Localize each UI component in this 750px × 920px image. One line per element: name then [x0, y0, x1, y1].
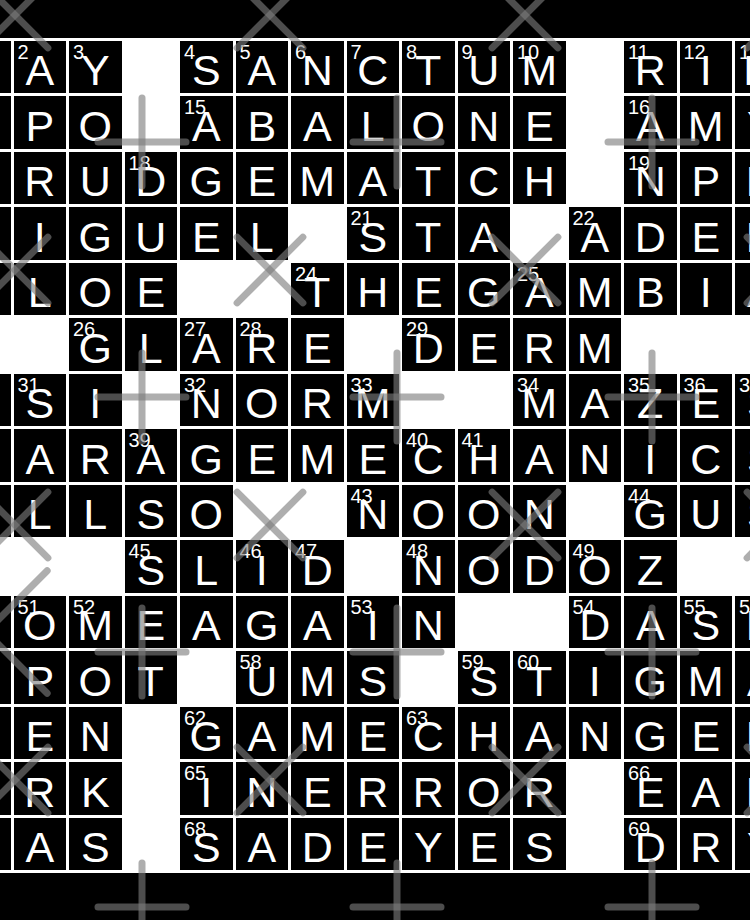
cell-letter: C — [413, 438, 444, 481]
puzzle-stage: 1S2A3Y4S5A6N7C8T9U10M11R12I13M14IPO15ABA… — [0, 0, 750, 920]
grid-cell[interactable]: 16A — [624, 96, 677, 149]
grid-cell[interactable]: 13M — [735, 41, 750, 94]
grid-cell[interactable]: O — [458, 540, 511, 593]
grid-cell[interactable]: G — [180, 429, 233, 482]
grid-cell[interactable]: U — [680, 485, 733, 538]
grid-cell[interactable]: 65I — [180, 762, 233, 815]
grid-cell[interactable]: 48N — [402, 540, 455, 593]
grid-cell[interactable]: B — [236, 96, 289, 149]
grid-cell[interactable]: B — [624, 263, 677, 316]
cell-letter: M — [688, 660, 724, 703]
grid-cell[interactable]: I — [14, 207, 67, 260]
grid-cell[interactable]: A — [735, 263, 750, 316]
grid-cell[interactable]: M — [291, 651, 344, 704]
cell-letter: U — [468, 49, 499, 92]
grid-cell[interactable]: 66E — [624, 762, 677, 815]
grid-cell[interactable]: A — [680, 762, 733, 815]
grid-cell[interactable]: L — [14, 485, 67, 538]
cell-letter: L — [28, 271, 52, 314]
grid-cell[interactable]: A — [513, 429, 566, 482]
grid-cell[interactable]: M — [569, 263, 622, 316]
grid-cell[interactable]: H — [458, 707, 511, 760]
grid-cell[interactable]: 52M — [69, 596, 122, 649]
cell-letter: I — [700, 49, 712, 92]
grid-cell[interactable]: M — [291, 152, 344, 205]
grid-cell[interactable]: G — [69, 207, 122, 260]
grid-cell[interactable]: P — [680, 152, 733, 205]
grid-cell[interactable]: I — [69, 374, 122, 427]
grid-cell[interactable]: R — [291, 374, 344, 427]
grid-cell[interactable]: E — [125, 596, 178, 649]
grid-cell[interactable]: R — [14, 152, 67, 205]
grid-cell[interactable]: 64A — [0, 762, 11, 815]
grid-cell[interactable]: G — [458, 263, 511, 316]
cell-letter: E — [414, 271, 443, 314]
grid-cell[interactable]: O — [180, 485, 233, 538]
grid-cell[interactable]: 23A — [0, 263, 11, 316]
grid-cell[interactable]: N — [402, 596, 455, 649]
grid-cell[interactable]: E — [458, 318, 511, 371]
cell-letter: I — [589, 660, 601, 703]
grid-cell[interactable]: 41H — [458, 429, 511, 482]
blocked-cell — [180, 263, 233, 316]
blocked-cell — [513, 207, 566, 260]
cell-letter: A — [691, 771, 720, 814]
blocked-cell — [569, 818, 622, 871]
cell-letter: K — [81, 771, 110, 814]
grid-cell[interactable]: S — [69, 818, 122, 871]
blocked-cell — [513, 596, 566, 649]
grid-cell[interactable]: R — [735, 152, 750, 205]
blocked-cell — [125, 818, 178, 871]
grid-cell[interactable]: I — [680, 263, 733, 316]
cell-letter: O — [245, 382, 278, 425]
grid-cell[interactable]: 62G — [180, 707, 233, 760]
grid-cell[interactable]: 18D — [125, 152, 178, 205]
blocked-cell — [458, 374, 511, 427]
blocked-cell — [0, 318, 11, 371]
crossword-grid: 1S2A3Y4S5A6N7C8T9U10M11R12I13M14IPO15ABA… — [0, 38, 750, 874]
grid-cell[interactable]: S — [735, 485, 750, 538]
grid-cell[interactable]: 4S — [180, 41, 233, 94]
grid-cell[interactable]: O — [458, 485, 511, 538]
blocked-cell — [569, 96, 622, 149]
grid-cell[interactable]: 11R — [624, 41, 677, 94]
grid-cell[interactable]: 1S — [0, 41, 11, 94]
grid-cell[interactable]: 54D — [569, 596, 622, 649]
grid-cell[interactable]: E — [291, 318, 344, 371]
grid-cell[interactable]: P — [14, 96, 67, 149]
grid-cell[interactable]: D — [513, 540, 566, 593]
grid-cell[interactable]: N — [458, 96, 511, 149]
cell-letter: A — [303, 604, 332, 647]
cell-letter: O — [467, 493, 500, 536]
grid-cell[interactable]: E — [347, 707, 400, 760]
grid-cell[interactable]: E — [347, 429, 400, 482]
cell-letter: T — [304, 271, 330, 314]
grid-cell[interactable]: 53I — [347, 596, 400, 649]
grid-cell[interactable]: 21S — [347, 207, 400, 260]
grid-cell[interactable]: A — [236, 818, 289, 871]
grid-cell[interactable]: U — [69, 152, 122, 205]
grid-cell[interactable]: 7C — [347, 41, 400, 94]
cell-letter: B — [636, 271, 665, 314]
grid-cell[interactable]: E — [402, 263, 455, 316]
grid-cell[interactable]: A — [513, 707, 566, 760]
grid-cell[interactable]: A — [180, 596, 233, 649]
grid-cell[interactable]: K — [69, 762, 122, 815]
cell-letter: M — [299, 438, 335, 481]
grid-cell[interactable]: 59S — [458, 651, 511, 704]
cell-letter: G — [190, 160, 223, 203]
grid-cell[interactable]: A — [236, 707, 289, 760]
cell-letter: R — [746, 771, 750, 814]
blocked-cell — [0, 540, 11, 593]
cell-letter: G — [0, 160, 1, 203]
cell-letter: A — [358, 160, 387, 203]
grid-cell[interactable]: O — [402, 485, 455, 538]
cell-letter: T — [415, 49, 441, 92]
grid-cell[interactable]: 68S — [180, 818, 233, 871]
grid-cell[interactable]: E — [680, 707, 733, 760]
grid-cell[interactable]: Y — [735, 818, 750, 871]
blocked-cell — [236, 485, 289, 538]
grid-cell[interactable]: 19N — [624, 152, 677, 205]
cell-letter: L — [250, 216, 274, 259]
grid-cell[interactable]: Z — [624, 540, 677, 593]
cell-letter: A — [525, 715, 554, 758]
cell-letter: G — [190, 715, 223, 758]
grid-cell[interactable]: A — [291, 96, 344, 149]
cell-letter: M — [688, 105, 724, 148]
cell-letter: A — [192, 105, 221, 148]
grid-cell[interactable]: I — [624, 429, 677, 482]
cell-letter: C — [468, 160, 499, 203]
grid-cell[interactable]: 43N — [347, 485, 400, 538]
grid-cell[interactable]: R — [513, 318, 566, 371]
grid-cell[interactable]: 40C — [402, 429, 455, 482]
grid-cell[interactable]: E — [513, 96, 566, 149]
cell-letter: G — [0, 438, 1, 481]
grid-cell[interactable]: S — [125, 485, 178, 538]
grid-cell[interactable]: E — [180, 207, 233, 260]
cell-letter: B — [247, 105, 276, 148]
cell-letter: A — [469, 216, 498, 259]
grid-cell[interactable]: R — [735, 707, 750, 760]
grid-cell[interactable]: 56H — [735, 596, 750, 649]
grid-cell[interactable]: G — [236, 596, 289, 649]
grid-cell[interactable]: N — [236, 762, 289, 815]
grid-cell[interactable]: N — [569, 429, 622, 482]
grid-cell[interactable]: L — [180, 540, 233, 593]
grid-cell[interactable]: 51O — [14, 596, 67, 649]
grid-cell[interactable]: O — [69, 651, 122, 704]
grid-cell[interactable]: A — [14, 818, 67, 871]
cell-letter: E — [136, 271, 165, 314]
cell-letter: R — [690, 826, 721, 869]
grid-cell[interactable]: 60T — [513, 651, 566, 704]
blocked-cell — [69, 540, 122, 593]
grid-cell[interactable]: R — [69, 429, 122, 482]
grid-cell[interactable]: 28R — [236, 318, 289, 371]
cell-letter: R — [413, 771, 444, 814]
grid-cell[interactable]: C — [458, 152, 511, 205]
grid-cell[interactable]: L — [125, 318, 178, 371]
cell-letter: E — [192, 216, 221, 259]
grid-cell[interactable]: 69D — [624, 818, 677, 871]
grid-cell[interactable]: 22A — [569, 207, 622, 260]
grid-cell[interactable]: E — [236, 152, 289, 205]
cell-letter: A — [580, 216, 609, 259]
grid-cell[interactable]: 34M — [513, 374, 566, 427]
grid-cell[interactable]: R — [680, 818, 733, 871]
cell-letter: D — [302, 826, 333, 869]
grid-cell[interactable]: 37S — [735, 374, 750, 427]
grid-cell[interactable]: 5A — [236, 41, 289, 94]
grid-cell[interactable]: R — [735, 762, 750, 815]
cell-letter: E — [525, 105, 554, 148]
grid-cell[interactable]: O — [458, 762, 511, 815]
cell-letter: A — [580, 382, 609, 425]
cell-letter: M — [743, 49, 750, 92]
grid-cell[interactable]: E — [125, 263, 178, 316]
grid-cell[interactable]: 6N — [291, 41, 344, 94]
cell-letter: E — [691, 216, 720, 259]
grid-cell[interactable]: 67N — [0, 818, 11, 871]
grid-cell[interactable]: 63C — [402, 707, 455, 760]
grid-cell[interactable]: 2A — [14, 41, 67, 94]
cell-letter: N — [302, 49, 333, 92]
grid-cell[interactable]: A — [458, 207, 511, 260]
cell-letter: A — [525, 271, 554, 314]
blocked-cell — [14, 318, 67, 371]
grid-cell[interactable]: 8T — [402, 41, 455, 94]
grid-cell[interactable]: R — [402, 762, 455, 815]
grid-cell[interactable]: E — [236, 429, 289, 482]
grid-cell[interactable]: A — [347, 152, 400, 205]
cell-letter: N — [80, 715, 111, 758]
grid-cell[interactable]: R — [14, 762, 67, 815]
grid-cell[interactable]: I — [569, 651, 622, 704]
grid-cell[interactable]: 46I — [236, 540, 289, 593]
cell-letter: L — [361, 105, 385, 148]
cell-letter: I — [256, 549, 268, 592]
grid-cell[interactable]: 14I — [0, 96, 11, 149]
grid-cell[interactable]: 47D — [291, 540, 344, 593]
grid-cell[interactable]: A — [14, 429, 67, 482]
grid-cell[interactable]: Y — [402, 818, 455, 871]
blocked-cell — [125, 41, 178, 94]
cell-letter: E — [247, 438, 276, 481]
grid-cell[interactable]: 12I — [680, 41, 733, 94]
grid-cell[interactable]: T — [402, 207, 455, 260]
grid-cell[interactable]: G — [180, 152, 233, 205]
grid-cell[interactable]: L — [347, 96, 400, 149]
cell-letter: R — [524, 771, 555, 814]
cell-letter: G — [190, 438, 223, 481]
cell-letter: S — [469, 660, 498, 703]
grid-cell[interactable]: 55S — [680, 596, 733, 649]
grid-cell[interactable]: 10M — [513, 41, 566, 94]
grid-cell[interactable]: O — [402, 96, 455, 149]
cell-letter: I — [367, 604, 379, 647]
cell-letter: M — [577, 327, 613, 370]
grid-cell[interactable]: L — [69, 485, 122, 538]
cell-letter: Y — [81, 49, 110, 92]
grid-cell[interactable]: L — [14, 263, 67, 316]
grid-cell[interactable]: E — [14, 707, 67, 760]
grid-cell[interactable]: 20M — [0, 207, 11, 260]
grid-cell[interactable]: O — [236, 374, 289, 427]
cell-letter: N — [579, 438, 610, 481]
grid-cell[interactable]: G — [624, 707, 677, 760]
cell-letter: Y — [414, 826, 443, 869]
cell-letter: A — [303, 105, 332, 148]
blocked-cell — [569, 41, 622, 94]
grid-cell[interactable]: H — [513, 152, 566, 205]
cell-letter: R — [24, 771, 55, 814]
cell-letter: O — [79, 105, 112, 148]
grid-cell[interactable]: 44G — [624, 485, 677, 538]
grid-cell[interactable]: 31S — [14, 374, 67, 427]
grid-cell[interactable]: O — [69, 263, 122, 316]
grid-cell[interactable]: D — [624, 207, 677, 260]
cell-letter: A — [25, 49, 54, 92]
grid-cell[interactable]: G — [624, 651, 677, 704]
grid-cell[interactable]: M — [291, 429, 344, 482]
grid-cell[interactable]: 36E — [680, 374, 733, 427]
grid-cell[interactable]: S — [347, 651, 400, 704]
grid-cell[interactable]: M — [680, 96, 733, 149]
blocked-cell — [735, 540, 750, 593]
grid-cell[interactable]: N — [735, 207, 750, 260]
cell-letter: G — [634, 660, 667, 703]
grid-cell[interactable]: P — [14, 651, 67, 704]
grid-cell[interactable]: 24T — [291, 263, 344, 316]
grid-cell[interactable]: L — [236, 207, 289, 260]
grid-cell[interactable]: O — [69, 96, 122, 149]
grid-cell[interactable]: N — [513, 485, 566, 538]
grid-cell[interactable]: 30P — [0, 374, 11, 427]
cell-letter: D — [135, 160, 166, 203]
cell-letter: S — [192, 826, 221, 869]
cell-letter: A — [247, 715, 276, 758]
cell-letter: N — [635, 160, 666, 203]
grid-cell[interactable]: M — [680, 651, 733, 704]
grid-cell[interactable]: E — [291, 762, 344, 815]
grid-cell[interactable]: E — [458, 818, 511, 871]
grid-cell[interactable]: R — [513, 762, 566, 815]
grid-cell[interactable]: 26G — [69, 318, 122, 371]
grid-cell[interactable]: N — [569, 707, 622, 760]
cell-letter: G — [79, 216, 112, 259]
grid-cell[interactable]: 45S — [125, 540, 178, 593]
grid-cell[interactable]: 35Z — [624, 374, 677, 427]
cell-letter: R — [302, 382, 333, 425]
cell-letter: I — [700, 271, 712, 314]
grid-cell[interactable]: 17G — [0, 152, 11, 205]
grid-cell[interactable]: 42A — [0, 485, 11, 538]
blocked-cell — [402, 374, 455, 427]
grid-cell[interactable]: E — [680, 207, 733, 260]
grid-cell[interactable]: T — [402, 152, 455, 205]
cell-letter: M — [299, 160, 335, 203]
cell-letter: E — [358, 826, 387, 869]
grid-cell[interactable]: E — [347, 818, 400, 871]
grid-cell[interactable]: 58U — [236, 651, 289, 704]
cell-letter: D — [524, 549, 555, 592]
blocked-cell — [125, 96, 178, 149]
grid-cell[interactable]: 32N — [180, 374, 233, 427]
cell-letter: R — [746, 160, 750, 203]
grid-cell[interactable]: 9U — [458, 41, 511, 94]
grid-cell[interactable]: Y — [735, 96, 750, 149]
grid-cell[interactable]: M — [569, 318, 622, 371]
grid-cell[interactable]: A — [569, 374, 622, 427]
cell-letter: O — [412, 493, 445, 536]
grid-cell[interactable]: T — [125, 651, 178, 704]
grid-cell[interactable]: A — [624, 596, 677, 649]
cell-letter: E — [303, 771, 332, 814]
grid-cell[interactable]: 15A — [180, 96, 233, 149]
grid-cell[interactable]: 61P — [0, 707, 11, 760]
cell-letter: O — [467, 771, 500, 814]
grid-cell[interactable]: N — [69, 707, 122, 760]
grid-cell[interactable]: H — [347, 263, 400, 316]
grid-cell[interactable]: R — [347, 762, 400, 815]
cell-letter: T — [526, 660, 552, 703]
cell-letter: C — [690, 438, 721, 481]
cell-letter: L — [194, 549, 218, 592]
grid-cell[interactable]: U — [125, 207, 178, 260]
cell-letter: H — [468, 438, 499, 481]
blocked-cell — [125, 374, 178, 427]
cell-letter: N — [579, 715, 610, 758]
cell-letter: E — [25, 715, 54, 758]
grid-cell[interactable]: 39A — [125, 429, 178, 482]
grid-cell[interactable]: 57S — [0, 651, 11, 704]
cell-letter: I — [89, 382, 101, 425]
grid-cell[interactable]: S — [513, 818, 566, 871]
grid-cell[interactable]: 25A — [513, 263, 566, 316]
cell-letter: S — [136, 493, 165, 536]
grid-cell[interactable]: 3Y — [69, 41, 122, 94]
grid-cell[interactable]: 29D — [402, 318, 455, 371]
cell-letter: E — [136, 604, 165, 647]
grid-cell[interactable]: M — [291, 707, 344, 760]
grid-cell[interactable]: 50C — [0, 596, 11, 649]
grid-cell[interactable]: 33M — [347, 374, 400, 427]
grid-cell[interactable]: 49O — [569, 540, 622, 593]
grid-cell[interactable]: 27A — [180, 318, 233, 371]
cell-letter: O — [79, 660, 112, 703]
cell-letter: P — [25, 105, 54, 148]
grid-cell[interactable]: D — [291, 818, 344, 871]
grid-cell[interactable]: A — [735, 651, 750, 704]
blocked-cell — [680, 540, 733, 593]
cell-letter: N — [468, 105, 499, 148]
cell-letter: T — [138, 660, 164, 703]
cell-letter: R — [80, 438, 111, 481]
cell-letter: O — [467, 549, 500, 592]
grid-cell[interactable]: C — [680, 429, 733, 482]
cell-letter: P — [25, 660, 54, 703]
grid-cell[interactable]: S — [735, 429, 750, 482]
grid-cell[interactable]: 38G — [0, 429, 11, 482]
grid-cell[interactable]: A — [291, 596, 344, 649]
blocked-cell — [347, 318, 400, 371]
cell-letter: R — [246, 327, 277, 370]
